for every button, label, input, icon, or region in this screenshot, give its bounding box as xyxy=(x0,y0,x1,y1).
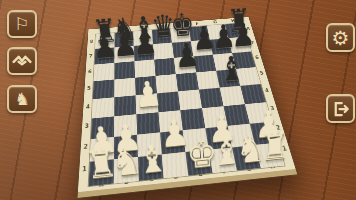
square-g4[interactable] xyxy=(220,86,245,106)
square-a6[interactable] xyxy=(94,63,115,81)
square-e4[interactable] xyxy=(178,90,202,111)
square-c1[interactable]: ♝ xyxy=(138,154,164,180)
draw-offer-button[interactable] xyxy=(7,47,37,75)
board-frame: ABCDEFGH ABCDEFGH 87654321 87654321 ♜♞♝♛… xyxy=(78,17,298,198)
square-b4[interactable] xyxy=(114,95,136,116)
white-king[interactable]: ♚ xyxy=(185,134,212,175)
square-a5[interactable] xyxy=(93,80,115,100)
exit-door-icon xyxy=(332,100,350,118)
black-bishop[interactable]: ♝ xyxy=(218,50,240,87)
square-f5[interactable] xyxy=(196,71,220,90)
square-a1[interactable]: ♜ xyxy=(89,159,114,186)
square-c4[interactable]: ♟ xyxy=(136,93,159,114)
knight-icon: ♞ xyxy=(14,91,29,108)
square-e6[interactable]: ♟ xyxy=(174,56,196,74)
white-knight[interactable]: ♞ xyxy=(235,129,261,170)
coordinate-label: 4 xyxy=(84,97,93,116)
square-e1[interactable]: ♚ xyxy=(185,150,212,176)
chess-app-screen: ⚐ ♞ ⚙ ABCDEFGH ABCDEFGH 8765432 xyxy=(0,0,356,200)
white-rook[interactable]: ♜ xyxy=(260,126,285,167)
square-f1[interactable]: ♝ xyxy=(209,147,237,173)
square-c7[interactable]: ♟ xyxy=(134,44,154,61)
square-b7[interactable]: ♟ xyxy=(114,46,134,63)
white-flag-icon: ⚐ xyxy=(14,16,29,33)
white-bishop[interactable]: ♝ xyxy=(210,131,236,172)
gear-icon: ⚙ xyxy=(332,28,350,48)
square-a4[interactable] xyxy=(92,97,114,118)
resign-button[interactable]: ⚐ xyxy=(7,10,37,38)
board-3d-tilt: ABCDEFGH ABCDEFGH 87654321 87654321 ♜♞♝♛… xyxy=(78,17,298,198)
exit-button[interactable] xyxy=(326,94,355,123)
black-pawn[interactable]: ♟ xyxy=(173,38,196,74)
square-e5[interactable] xyxy=(176,72,199,91)
white-pawn[interactable]: ♟ xyxy=(132,75,158,113)
settings-button[interactable]: ⚙ xyxy=(326,23,355,52)
white-bishop[interactable]: ♝ xyxy=(134,138,163,180)
coordinate-label: 5 xyxy=(85,80,93,98)
square-a7[interactable]: ♟ xyxy=(94,47,114,64)
black-pawn[interactable]: ♟ xyxy=(131,26,154,61)
coordinate-label: 6 xyxy=(86,64,94,81)
handshake-icon xyxy=(12,53,32,69)
hint-button[interactable]: ♞ xyxy=(7,85,37,113)
square-g5[interactable]: ♝ xyxy=(216,69,240,88)
square-g1[interactable]: ♞ xyxy=(232,145,261,171)
square-b1[interactable]: ♞ xyxy=(114,157,139,184)
